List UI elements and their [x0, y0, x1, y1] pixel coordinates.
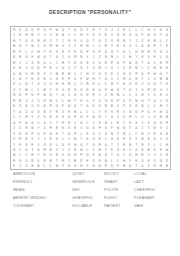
word-list-item: SMART: [104, 181, 134, 185]
word-list-item: PATIENT: [104, 205, 134, 209]
word-list-item: AMBITIOUS: [13, 173, 72, 177]
word-list-item: ABSENT-MINDED: [13, 197, 72, 201]
word-list-item: MOODY: [104, 173, 134, 177]
word-list-item: VAIN: [134, 205, 171, 209]
word-list-item: FRIENDLY: [13, 181, 72, 185]
word-list-item: QUIET: [72, 173, 104, 177]
word-list-item: GRATEFUL: [72, 197, 104, 201]
word-list-item: GENEROUS: [72, 181, 104, 185]
word-list-item: SOCIABLE: [72, 205, 104, 209]
word-list-item: FUSSY: [104, 197, 134, 201]
word-list: AMBITIOUSQUIETMOODYLOYALFRIENDLYGENEROUS…: [13, 173, 171, 213]
word-list-item: LAZY: [134, 181, 171, 185]
word-list-item: MEAN: [13, 189, 72, 193]
word-list-item: LOYAL: [134, 173, 171, 177]
word-list-item: POLITE: [104, 189, 134, 193]
worksheet-page: DESCRIPTION "PERSONALITY" MSODPGFWQTQUIE…: [0, 0, 180, 256]
word-grid: MSODPGFWQTQUIETVJZRLLCHYKXIEMBVJZRNLCHYK…: [10, 26, 171, 170]
word-list-item: PLEASANT: [134, 197, 171, 201]
word-list-item: CHEERFUL: [134, 189, 171, 193]
word-list-item: SHY: [72, 189, 104, 193]
page-title: DESCRIPTION "PERSONALITY": [0, 9, 180, 15]
grid-cell[interactable]: B: [164, 164, 170, 169]
word-list-item: TOLERANT: [13, 205, 72, 209]
